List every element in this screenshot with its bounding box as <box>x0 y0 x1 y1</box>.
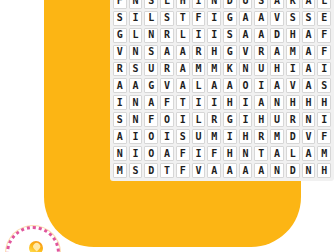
grid-cell-r4c6[interactable]: I <box>192 0 206 9</box>
grid-cell-r8c4[interactable]: R <box>160 62 174 77</box>
grid-cell-r7c14[interactable]: F <box>317 45 331 60</box>
grid-cell-r14c12[interactable]: D <box>286 163 300 178</box>
grid-cell-r12c5[interactable]: S <box>176 129 190 144</box>
grid-cell-r11c7[interactable]: R <box>207 112 221 127</box>
grid-cell-r13c10[interactable]: T <box>254 146 268 161</box>
grid-cell-r11c4[interactable]: O <box>160 112 174 127</box>
grid-cell-r12c12[interactable]: D <box>286 129 300 144</box>
grid-cell-r9c1[interactable]: A <box>113 78 127 93</box>
grid-cell-r14c4[interactable]: T <box>160 163 174 178</box>
grid-cell-r14c6[interactable]: V <box>192 163 206 178</box>
grid-cell-r7c4[interactable]: A <box>160 45 174 60</box>
grid-cell-r4c2[interactable]: N <box>129 0 143 9</box>
grid-cell-r8c6[interactable]: M <box>192 62 206 77</box>
grid-cell-r11c9[interactable]: I <box>239 112 253 127</box>
grid-cell-r11c2[interactable]: N <box>129 112 143 127</box>
grid-cell-r6c6[interactable]: I <box>192 28 206 43</box>
grid-cell-r10c9[interactable]: I <box>239 95 253 110</box>
grid-cell-r9c10[interactable]: I <box>254 78 268 93</box>
grid-cell-r7c3[interactable]: S <box>144 45 158 60</box>
grid-cell-r6c12[interactable]: H <box>286 28 300 43</box>
grid-cell-r11c1[interactable]: S <box>113 112 127 127</box>
grid-cell-r14c1[interactable]: M <box>113 163 127 178</box>
grid-cell-r6c13[interactable]: A <box>302 28 316 43</box>
grid-cell-r12c10[interactable]: R <box>254 129 268 144</box>
grid-cell-r10c2[interactable]: N <box>129 95 143 110</box>
grid-cell-r8c2[interactable]: S <box>129 62 143 77</box>
grid-cell-r14c14[interactable]: H <box>317 163 331 178</box>
grid-cell-r4c11[interactable]: A <box>270 0 284 9</box>
grid-cell-r4c10[interactable]: S <box>254 0 268 9</box>
grid-cell-r11c12[interactable]: R <box>286 112 300 127</box>
flame-icon <box>26 238 46 252</box>
grid-cell-r14c2[interactable]: S <box>129 163 143 178</box>
grid-cell-r6c14[interactable]: F <box>317 28 331 43</box>
flame-icon-highlight <box>32 242 42 252</box>
grid-cell-r7c9[interactable]: V <box>239 45 253 60</box>
grid-cell-r13c9[interactable]: N <box>239 146 253 161</box>
grid-cell-r12c9[interactable]: H <box>239 129 253 144</box>
grid-cell-r9c4[interactable]: V <box>160 78 174 93</box>
grid-cell-r12c6[interactable]: U <box>192 129 206 144</box>
grid-cell-r5c14[interactable]: E <box>317 11 331 26</box>
grid-cell-r13c6[interactable]: I <box>192 146 206 161</box>
grid-cell-r13c7[interactable]: F <box>207 146 221 161</box>
grid-cell-r9c12[interactable]: V <box>286 78 300 93</box>
grid-cell-r5c12[interactable]: S <box>286 11 300 26</box>
grid-cell-r10c1[interactable]: I <box>113 95 127 110</box>
grid-cell-r10c12[interactable]: H <box>286 95 300 110</box>
grid-cell-r7c5[interactable]: A <box>176 45 190 60</box>
grid-cell-r9c9[interactable]: O <box>239 78 253 93</box>
grid-cell-r7c7[interactable]: H <box>207 45 221 60</box>
grid-cell-r4c7[interactable]: N <box>207 0 221 9</box>
grid-cell-r12c14[interactable]: F <box>317 129 331 144</box>
grid-cell-r4c8[interactable]: D <box>223 0 237 9</box>
grid-cell-r12c11[interactable]: M <box>270 129 284 144</box>
grid-cell-r13c14[interactable]: M <box>317 146 331 161</box>
grid-cell-r12c2[interactable]: I <box>129 129 143 144</box>
grid-cell-r5c2[interactable]: I <box>129 11 143 26</box>
grid-cell-r4c4[interactable]: L <box>160 0 174 9</box>
grid-cell-r7c12[interactable]: M <box>286 45 300 60</box>
grid-cell-r10c8[interactable]: H <box>223 95 237 110</box>
grid-cell-r6c7[interactable]: I <box>207 28 221 43</box>
grid-cell-r9c6[interactable]: L <box>192 78 206 93</box>
grid-cell-r11c10[interactable]: H <box>254 112 268 127</box>
grid-cell-r8c9[interactable]: N <box>239 62 253 77</box>
grid-cell-r4c14[interactable]: L <box>317 0 331 9</box>
grid-cell-r10c6[interactable]: I <box>192 95 206 110</box>
flame-badge <box>6 226 60 252</box>
grid-cell-r5c13[interactable]: S <box>302 11 316 26</box>
grid-cell-r6c4[interactable]: R <box>160 28 174 43</box>
grid-cell-r4c3[interactable]: S <box>144 0 158 9</box>
grid-cell-r12c8[interactable]: I <box>223 129 237 144</box>
grid-cell-r14c13[interactable]: N <box>302 163 316 178</box>
grid-cell-r8c5[interactable]: A <box>176 62 190 77</box>
grid-cell-r9c7[interactable]: A <box>207 78 221 93</box>
grid-cell-r5c7[interactable]: I <box>207 11 221 26</box>
grid-cell-r7c2[interactable]: N <box>129 45 143 60</box>
grid-cell-r13c12[interactable]: L <box>286 146 300 161</box>
grid-cell-r6c8[interactable]: S <box>223 28 237 43</box>
grid-cell-r13c8[interactable]: H <box>223 146 237 161</box>
grid-cell-r8c7[interactable]: M <box>207 62 221 77</box>
grid-cell-r5c5[interactable]: T <box>176 11 190 26</box>
grid-cell-r12c4[interactable]: I <box>160 129 174 144</box>
grid-cell-r11c14[interactable]: I <box>317 112 331 127</box>
grid-cell-r11c5[interactable]: I <box>176 112 190 127</box>
grid-cell-r4c9[interactable]: U <box>239 0 253 9</box>
letter-grid: IHMMAHAAIKNAATHFINLNSOSMILIDLSALAVITSEFA… <box>113 0 331 178</box>
grid-cell-r7c11[interactable]: A <box>270 45 284 60</box>
grid-cell-r13c11[interactable]: A <box>270 146 284 161</box>
grid-cell-r9c2[interactable]: A <box>129 78 143 93</box>
grid-cell-r4c12[interactable]: K <box>286 0 300 9</box>
grid-cell-r10c7[interactable]: I <box>207 95 221 110</box>
grid-cell-r12c7[interactable]: M <box>207 129 221 144</box>
grid-cell-r8c14[interactable]: I <box>317 62 331 77</box>
grid-cell-r8c12[interactable]: I <box>286 62 300 77</box>
grid-cell-r6c10[interactable]: A <box>254 28 268 43</box>
grid-cell-r9c5[interactable]: A <box>176 78 190 93</box>
grid-cell-r6c11[interactable]: D <box>270 28 284 43</box>
grid-cell-r12c1[interactable]: A <box>113 129 127 144</box>
grid-cell-r5c6[interactable]: F <box>192 11 206 26</box>
grid-cell-r9c3[interactable]: G <box>144 78 158 93</box>
grid-cell-r14c5[interactable]: F <box>176 163 190 178</box>
grid-cell-r13c5[interactable]: F <box>176 146 190 161</box>
grid-cell-r13c1[interactable]: N <box>113 146 127 161</box>
grid-cell-r14c7[interactable]: A <box>207 163 221 178</box>
grid-cell-r7c1[interactable]: V <box>113 45 127 60</box>
grid-cell-r11c6[interactable]: L <box>192 112 206 127</box>
grid-cell-r6c3[interactable]: N <box>144 28 158 43</box>
grid-cell-r5c9[interactable]: A <box>239 11 253 26</box>
grid-cell-r5c10[interactable]: A <box>254 11 268 26</box>
grid-cell-r14c10[interactable]: A <box>254 163 268 178</box>
grid-cell-r8c10[interactable]: U <box>254 62 268 77</box>
grid-cell-r7c6[interactable]: R <box>192 45 206 60</box>
grid-cell-r10c3[interactable]: A <box>144 95 158 110</box>
grid-cell-r10c5[interactable]: T <box>176 95 190 110</box>
grid-cell-r9c8[interactable]: A <box>223 78 237 93</box>
grid-cell-r7c13[interactable]: A <box>302 45 316 60</box>
grid-cell-r12c3[interactable]: O <box>144 129 158 144</box>
grid-cell-r11c13[interactable]: N <box>302 112 316 127</box>
grid-cell-r10c10[interactable]: A <box>254 95 268 110</box>
grid-cell-r13c2[interactable]: I <box>129 146 143 161</box>
grid-cell-r11c3[interactable]: F <box>144 112 158 127</box>
grid-cell-r9c11[interactable]: A <box>270 78 284 93</box>
grid-cell-r8c8[interactable]: K <box>223 62 237 77</box>
grid-cell-r12c13[interactable]: V <box>302 129 316 144</box>
grid-cell-r13c3[interactable]: O <box>144 146 158 161</box>
grid-cell-r14c9[interactable]: A <box>239 163 253 178</box>
grid-cell-r6c9[interactable]: A <box>239 28 253 43</box>
grid-cell-r10c14[interactable]: H <box>317 95 331 110</box>
grid-cell-r5c11[interactable]: V <box>270 11 284 26</box>
grid-cell-r10c13[interactable]: H <box>302 95 316 110</box>
grid-cell-r5c4[interactable]: S <box>160 11 174 26</box>
grid-cell-r6c5[interactable]: L <box>176 28 190 43</box>
grid-cell-r4c1[interactable]: F <box>113 0 127 9</box>
grid-cell-r10c4[interactable]: F <box>160 95 174 110</box>
grid-cell-r14c3[interactable]: D <box>144 163 158 178</box>
grid-cell-r7c10[interactable]: R <box>254 45 268 60</box>
grid-cell-r5c1[interactable]: S <box>113 11 127 26</box>
grid-cell-r6c2[interactable]: L <box>129 28 143 43</box>
grid-cell-r8c11[interactable]: H <box>270 62 284 77</box>
grid-cell-r8c13[interactable]: A <box>302 62 316 77</box>
grid-cell-r11c8[interactable]: G <box>223 112 237 127</box>
grid-cell-r5c8[interactable]: G <box>223 11 237 26</box>
grid-cell-r11c11[interactable]: U <box>270 112 284 127</box>
grid-cell-r9c14[interactable]: S <box>317 78 331 93</box>
grid-cell-r6c1[interactable]: G <box>113 28 127 43</box>
grid-cell-r13c4[interactable]: A <box>160 146 174 161</box>
grid-cell-r13c13[interactable]: A <box>302 146 316 161</box>
letter-grid-panel: IHMMAHAAIKNAATHFINLNSOSMILIDLSALAVITSEFA… <box>110 0 334 181</box>
grid-cell-r8c1[interactable]: R <box>113 62 127 77</box>
grid-cell-r14c8[interactable]: A <box>223 163 237 178</box>
grid-cell-r9c13[interactable]: A <box>302 78 316 93</box>
grid-cell-r4c13[interactable]: A <box>302 0 316 9</box>
grid-cell-r8c3[interactable]: U <box>144 62 158 77</box>
grid-cell-r14c11[interactable]: N <box>270 163 284 178</box>
grid-cell-r7c8[interactable]: G <box>223 45 237 60</box>
grid-cell-r10c11[interactable]: N <box>270 95 284 110</box>
word-search-card: IHMMAHAAIKNAATHFINLNSOSMILIDLSALAVITSEFA… <box>44 0 301 247</box>
grid-cell-r5c3[interactable]: L <box>144 11 158 26</box>
grid-cell-r4c5[interactable]: H <box>176 0 190 9</box>
